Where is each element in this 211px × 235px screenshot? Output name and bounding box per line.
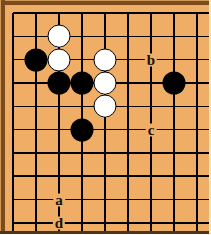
- intersection: [140, 165, 163, 188]
- intersection: [117, 188, 140, 211]
- intersection: [94, 25, 117, 48]
- intersection: [48, 141, 71, 164]
- intersection: [94, 165, 117, 188]
- intersection: [48, 95, 71, 118]
- white-stone: ●: [94, 72, 117, 95]
- intersection: [94, 141, 117, 164]
- intersection: [71, 95, 94, 118]
- intersection: [25, 141, 48, 164]
- black-stone: ●: [25, 48, 48, 71]
- intersection: [25, 118, 48, 141]
- intersection: [25, 95, 48, 118]
- intersection: ●: [48, 71, 71, 94]
- intersection: [163, 95, 186, 118]
- intersection: [71, 141, 94, 164]
- intersection: [71, 25, 94, 48]
- intersection: [117, 25, 140, 48]
- intersection: [71, 188, 94, 211]
- intersection: [25, 188, 48, 211]
- point-label-d: d: [53, 216, 65, 229]
- intersection: [25, 165, 48, 188]
- intersection: [48, 118, 71, 141]
- intersection: [163, 188, 186, 211]
- diagram-cut-right: [209, 0, 211, 234]
- point-label-a: a: [53, 193, 65, 206]
- black-stone: ●: [163, 72, 186, 95]
- intersection: [186, 141, 209, 164]
- intersection: [186, 48, 209, 71]
- intersection: a: [48, 188, 71, 211]
- intersection: [94, 188, 117, 211]
- board-edge-left: [0, 0, 5, 234]
- intersection: [186, 165, 209, 188]
- intersection: [186, 25, 209, 48]
- board-edge-top: [0, 0, 211, 5]
- black-stone: ●: [71, 118, 94, 141]
- intersection: [117, 71, 140, 94]
- intersection: [163, 48, 186, 71]
- intersection: [186, 188, 209, 211]
- intersection: [140, 25, 163, 48]
- intersection: ●: [94, 95, 117, 118]
- go-diagram: ●●●●b●●●●●●cad: [0, 0, 211, 234]
- intersection: [163, 118, 186, 141]
- intersection: [117, 141, 140, 164]
- intersection: [25, 71, 48, 94]
- intersection: [140, 141, 163, 164]
- go-board: ●●●●b●●●●●●cad: [2, 2, 209, 235]
- intersection: [186, 118, 209, 141]
- intersection: [117, 118, 140, 141]
- white-stone: ●: [48, 48, 71, 71]
- intersection: [140, 71, 163, 94]
- intersection: b: [140, 48, 163, 71]
- intersection: [163, 165, 186, 188]
- intersection: [163, 141, 186, 164]
- intersection: ●: [48, 25, 71, 48]
- intersection: [186, 95, 209, 118]
- black-stone: ●: [48, 72, 71, 95]
- intersection: ●: [48, 48, 71, 71]
- intersection: ●: [71, 71, 94, 94]
- intersection: [186, 71, 209, 94]
- intersection: ●: [163, 71, 186, 94]
- intersection: ●: [25, 48, 48, 71]
- point-label-b: b: [145, 53, 157, 66]
- point-label-c: c: [146, 123, 157, 136]
- intersection: [140, 188, 163, 211]
- black-stone: ●: [71, 72, 94, 95]
- intersection: [71, 165, 94, 188]
- intersection: ●: [94, 48, 117, 71]
- intersection: [117, 95, 140, 118]
- intersection: [117, 165, 140, 188]
- white-stone: ●: [94, 48, 117, 71]
- white-stone: ●: [94, 95, 117, 118]
- intersection: [94, 118, 117, 141]
- intersection: [117, 48, 140, 71]
- white-stone: ●: [48, 25, 71, 48]
- intersection: ●: [94, 71, 117, 94]
- intersection: c: [140, 118, 163, 141]
- intersection: [25, 25, 48, 48]
- diagram-cut-bottom: [0, 231, 211, 234]
- intersection: [140, 95, 163, 118]
- intersection: [48, 165, 71, 188]
- intersection: [71, 48, 94, 71]
- intersection: [163, 25, 186, 48]
- intersection: ●: [71, 118, 94, 141]
